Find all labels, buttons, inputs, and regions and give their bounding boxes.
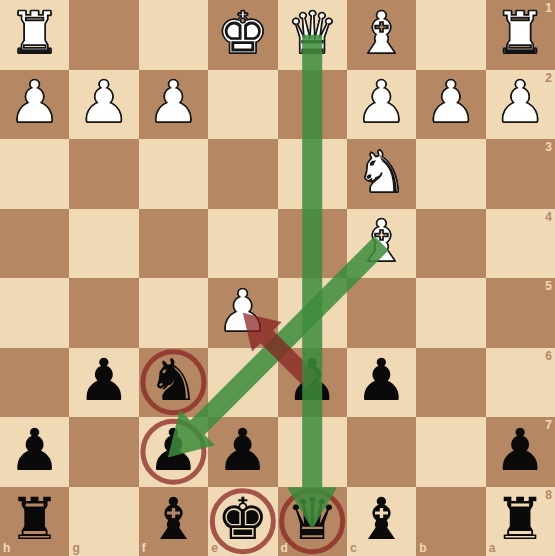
white-rook-a1[interactable]: ♜ [494, 4, 546, 62]
white-queen-d1[interactable]: ♛ [286, 4, 338, 62]
square-g1[interactable] [69, 0, 138, 70]
white-pawn-h2[interactable]: ♟ [9, 73, 61, 131]
square-a5[interactable]: 5 [486, 278, 555, 348]
black-pawn-c6[interactable]: ♟ [356, 351, 408, 409]
file-label-e: e [211, 541, 218, 555]
square-e8[interactable]: ♚e [208, 487, 277, 556]
square-b8[interactable]: b [416, 487, 485, 556]
file-label-d: d [281, 541, 288, 555]
square-c5[interactable] [347, 278, 416, 348]
square-h2[interactable]: ♟ [0, 70, 69, 140]
square-h3[interactable] [0, 139, 69, 209]
square-c7[interactable] [347, 417, 416, 487]
square-g6[interactable]: ♟ [69, 348, 138, 418]
black-bishop-c8[interactable]: ♝ [356, 490, 408, 548]
square-f5[interactable] [139, 278, 208, 348]
file-label-a: a [489, 541, 496, 555]
square-e3[interactable] [208, 139, 277, 209]
square-g4[interactable] [69, 209, 138, 279]
rank-label-8: 8 [545, 488, 552, 502]
square-f4[interactable] [139, 209, 208, 279]
chess-board-wrap: ♜♚♛♝♜1♟♟♟♟♟♟2♞3♝4♟5♟♞♟♟6♟♟♟♟7♜hg♝f♚e♛d♝c… [0, 0, 555, 556]
square-f8[interactable]: ♝f [139, 487, 208, 556]
white-bishop-c4[interactable]: ♝ [356, 212, 408, 270]
square-e5[interactable]: ♟ [208, 278, 277, 348]
square-d6[interactable]: ♟ [278, 348, 347, 418]
square-c3[interactable]: ♞ [347, 139, 416, 209]
black-pawn-h7[interactable]: ♟ [9, 421, 61, 479]
square-h1[interactable]: ♜ [0, 0, 69, 70]
square-a3[interactable]: 3 [486, 139, 555, 209]
square-b1[interactable] [416, 0, 485, 70]
rank-label-4: 4 [545, 210, 552, 224]
black-knight-f6[interactable]: ♞ [147, 351, 199, 409]
file-label-g: g [72, 541, 79, 555]
black-pawn-e7[interactable]: ♟ [217, 421, 269, 479]
white-rook-h1[interactable]: ♜ [9, 4, 61, 62]
white-pawn-f2[interactable]: ♟ [147, 73, 199, 131]
file-label-b: b [419, 541, 426, 555]
square-c1[interactable]: ♝ [347, 0, 416, 70]
square-a2[interactable]: ♟2 [486, 70, 555, 140]
square-c8[interactable]: ♝c [347, 487, 416, 556]
square-g2[interactable]: ♟ [69, 70, 138, 140]
white-knight-c3[interactable]: ♞ [356, 143, 408, 201]
square-h8[interactable]: ♜h [0, 487, 69, 556]
square-b4[interactable] [416, 209, 485, 279]
rank-label-7: 7 [545, 418, 552, 432]
square-b6[interactable] [416, 348, 485, 418]
square-f1[interactable] [139, 0, 208, 70]
square-d3[interactable] [278, 139, 347, 209]
square-h5[interactable] [0, 278, 69, 348]
square-g8[interactable]: g [69, 487, 138, 556]
square-d5[interactable] [278, 278, 347, 348]
square-h6[interactable] [0, 348, 69, 418]
square-e1[interactable]: ♚ [208, 0, 277, 70]
black-king-e8[interactable]: ♚ [217, 490, 269, 548]
square-c4[interactable]: ♝ [347, 209, 416, 279]
square-a8[interactable]: ♜8a [486, 487, 555, 556]
square-a1[interactable]: ♜1 [486, 0, 555, 70]
rank-label-3: 3 [545, 140, 552, 154]
square-d4[interactable] [278, 209, 347, 279]
square-e6[interactable] [208, 348, 277, 418]
square-h4[interactable] [0, 209, 69, 279]
black-rook-a8[interactable]: ♜ [494, 490, 546, 548]
square-d7[interactable] [278, 417, 347, 487]
square-f7[interactable]: ♟ [139, 417, 208, 487]
file-label-h: h [3, 541, 10, 555]
square-a7[interactable]: ♟7 [486, 417, 555, 487]
square-g3[interactable] [69, 139, 138, 209]
square-a6[interactable]: 6 [486, 348, 555, 418]
square-f3[interactable] [139, 139, 208, 209]
black-pawn-d6[interactable]: ♟ [286, 351, 338, 409]
rank-label-6: 6 [545, 349, 552, 363]
square-d2[interactable] [278, 70, 347, 140]
square-b5[interactable] [416, 278, 485, 348]
rank-label-5: 5 [545, 279, 552, 293]
white-pawn-b2[interactable]: ♟ [425, 73, 477, 131]
square-a4[interactable]: 4 [486, 209, 555, 279]
square-e2[interactable] [208, 70, 277, 140]
square-b3[interactable] [416, 139, 485, 209]
black-queen-d8[interactable]: ♛ [286, 490, 338, 548]
square-h7[interactable]: ♟ [0, 417, 69, 487]
square-d8[interactable]: ♛d [278, 487, 347, 556]
black-pawn-a7[interactable]: ♟ [494, 421, 546, 479]
rank-label-2: 2 [545, 71, 552, 85]
file-label-f: f [142, 541, 146, 555]
black-pawn-f7[interactable]: ♟ [147, 421, 199, 479]
black-bishop-f8[interactable]: ♝ [147, 490, 199, 548]
square-f2[interactable]: ♟ [139, 70, 208, 140]
square-b7[interactable] [416, 417, 485, 487]
black-pawn-g6[interactable]: ♟ [78, 351, 130, 409]
square-d1[interactable]: ♛ [278, 0, 347, 70]
square-f6[interactable]: ♞ [139, 348, 208, 418]
rank-label-1: 1 [545, 1, 552, 15]
chess-board: ♜♚♛♝♜1♟♟♟♟♟♟2♞3♝4♟5♟♞♟♟6♟♟♟♟7♜hg♝f♚e♛d♝c… [0, 0, 555, 556]
square-e7[interactable]: ♟ [208, 417, 277, 487]
square-b2[interactable]: ♟ [416, 70, 485, 140]
white-pawn-c2[interactable]: ♟ [356, 73, 408, 131]
square-e4[interactable] [208, 209, 277, 279]
white-king-e1[interactable]: ♚ [217, 4, 269, 62]
white-bishop-c1[interactable]: ♝ [356, 4, 408, 62]
square-c2[interactable]: ♟ [347, 70, 416, 140]
black-rook-h8[interactable]: ♜ [9, 490, 61, 548]
white-pawn-g2[interactable]: ♟ [78, 73, 130, 131]
white-pawn-e5[interactable]: ♟ [217, 282, 269, 340]
file-label-c: c [350, 541, 357, 555]
white-pawn-a2[interactable]: ♟ [494, 73, 546, 131]
square-g5[interactable] [69, 278, 138, 348]
square-c6[interactable]: ♟ [347, 348, 416, 418]
square-g7[interactable] [69, 417, 138, 487]
